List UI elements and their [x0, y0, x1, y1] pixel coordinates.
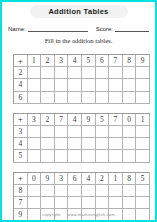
answer-cell[interactable]	[55, 79, 69, 91]
name-label: Name:	[8, 26, 26, 32]
answer-cell[interactable]	[123, 138, 137, 150]
answer-cell[interactable]	[41, 92, 55, 104]
addition-table-2: +327495701345	[13, 113, 150, 163]
answer-cell[interactable]	[109, 67, 123, 79]
answer-cell[interactable]	[96, 92, 110, 104]
header-number-cell: 4	[68, 55, 82, 67]
answer-cell[interactable]	[136, 197, 150, 209]
row-label-cell: 2	[14, 67, 28, 79]
answer-cell[interactable]	[96, 126, 110, 138]
answer-cell[interactable]	[68, 150, 82, 162]
answer-cell[interactable]	[109, 150, 123, 162]
row-label-cell: 3	[14, 126, 28, 138]
header-number-cell: 2	[41, 114, 55, 126]
answer-cell[interactable]	[28, 126, 42, 138]
page-title: Addition Tables	[48, 7, 108, 16]
answer-cell[interactable]	[123, 92, 137, 104]
header-number-cell: 8	[123, 55, 137, 67]
answer-cell[interactable]	[55, 92, 69, 104]
name-input-line[interactable]	[28, 25, 88, 32]
header-number-cell: 0	[123, 114, 137, 126]
answer-cell[interactable]	[68, 67, 82, 79]
header-number-cell: 5	[96, 114, 110, 126]
header-number-cell: 3	[55, 173, 69, 185]
header-number-cell: 7	[55, 114, 69, 126]
answer-cell[interactable]	[28, 92, 42, 104]
row-label-cell: 4	[14, 79, 28, 91]
answer-cell[interactable]	[28, 150, 42, 162]
addition-table-1: +123456789246	[13, 54, 150, 104]
header-number-cell: 1	[109, 173, 123, 185]
answer-cell[interactable]	[123, 150, 137, 162]
answer-cell[interactable]	[28, 79, 42, 91]
header-number-cell: 2	[96, 173, 110, 185]
answer-cell[interactable]	[41, 126, 55, 138]
answer-cell[interactable]	[82, 185, 96, 197]
header-number-cell: 9	[136, 55, 150, 67]
header-number-cell: 9	[41, 173, 55, 185]
answer-cell[interactable]	[55, 67, 69, 79]
answer-cell[interactable]	[55, 197, 69, 209]
answer-cell[interactable]	[109, 138, 123, 150]
answer-cell[interactable]	[109, 79, 123, 91]
header-number-cell: 8	[123, 173, 137, 185]
row-label-cell: 7	[14, 197, 28, 209]
header-number-cell: 9	[82, 114, 96, 126]
header-number-cell: 3	[28, 114, 42, 126]
header-number-cell: 3	[55, 55, 69, 67]
worksheet-page: Addition Tables Name: Score: Fill in the…	[0, 0, 157, 222]
row-label-cell: 5	[14, 150, 28, 162]
answer-cell[interactable]	[136, 79, 150, 91]
answer-cell[interactable]	[68, 92, 82, 104]
score-label: Score:	[96, 26, 113, 32]
header-number-cell: 1	[136, 114, 150, 126]
answer-cell[interactable]	[41, 138, 55, 150]
answer-cell[interactable]	[41, 185, 55, 197]
answer-cell[interactable]	[109, 197, 123, 209]
answer-cell[interactable]	[68, 138, 82, 150]
copyright-label: copyright:	[42, 212, 61, 217]
answer-cell[interactable]	[55, 150, 69, 162]
worksheet-title-pill: Addition Tables	[30, 5, 128, 18]
answer-cell[interactable]	[41, 150, 55, 162]
answer-cell[interactable]	[109, 92, 123, 104]
answer-cell[interactable]	[68, 126, 82, 138]
footer-copyright: copyright:www.mathinenglish.com	[2, 212, 155, 217]
row-label-cell: 6	[14, 92, 28, 104]
name-score-row: Name: Score:	[8, 24, 149, 32]
answer-cell[interactable]	[96, 79, 110, 91]
operator-cell: +	[14, 173, 28, 185]
operator-cell: +	[14, 55, 28, 67]
answer-cell[interactable]	[123, 79, 137, 91]
answer-cell[interactable]	[28, 197, 42, 209]
answer-cell[interactable]	[82, 150, 96, 162]
addition-tables-container: +123456789246 +327495701345 +09364218587…	[13, 54, 155, 221]
answer-cell[interactable]	[136, 67, 150, 79]
answer-cell[interactable]	[55, 185, 69, 197]
answer-cell[interactable]	[82, 67, 96, 79]
answer-cell[interactable]	[82, 92, 96, 104]
answer-cell[interactable]	[123, 185, 137, 197]
answer-cell[interactable]	[82, 138, 96, 150]
header-number-cell: 7	[109, 55, 123, 67]
answer-cell[interactable]	[96, 150, 110, 162]
answer-cell[interactable]	[28, 67, 42, 79]
header-number-cell: 2	[41, 55, 55, 67]
answer-cell[interactable]	[123, 126, 137, 138]
answer-cell[interactable]	[136, 138, 150, 150]
answer-cell[interactable]	[68, 79, 82, 91]
header-number-cell: 4	[68, 114, 82, 126]
answer-cell[interactable]	[82, 79, 96, 91]
header-number-cell: 7	[109, 114, 123, 126]
answer-cell[interactable]	[109, 185, 123, 197]
answer-cell[interactable]	[96, 197, 110, 209]
answer-cell[interactable]	[28, 138, 42, 150]
header-number-cell: 6	[68, 173, 82, 185]
answer-cell[interactable]	[96, 67, 110, 79]
answer-cell[interactable]	[123, 67, 137, 79]
header-number-cell: 5	[136, 173, 150, 185]
header-number-cell: 0	[28, 173, 42, 185]
answer-cell[interactable]	[68, 185, 82, 197]
score-input-line[interactable]	[115, 25, 149, 32]
answer-cell[interactable]	[41, 197, 55, 209]
answer-cell[interactable]	[96, 185, 110, 197]
row-label-cell: 8	[14, 185, 28, 197]
operator-cell: +	[14, 114, 28, 126]
answer-cell[interactable]	[28, 185, 42, 197]
header-number-cell: 4	[82, 173, 96, 185]
answer-cell[interactable]	[136, 92, 150, 104]
answer-cell[interactable]	[55, 126, 69, 138]
website-url: www.mathinenglish.com	[68, 212, 115, 217]
header-number-cell: 5	[82, 55, 96, 67]
answer-cell[interactable]	[136, 126, 150, 138]
answer-cell[interactable]	[82, 197, 96, 209]
row-label-cell: 4	[14, 138, 28, 150]
answer-cell[interactable]	[96, 138, 110, 150]
answer-cell[interactable]	[41, 79, 55, 91]
answer-cell[interactable]	[68, 197, 82, 209]
answer-cell[interactable]	[136, 185, 150, 197]
answer-cell[interactable]	[41, 67, 55, 79]
answer-cell[interactable]	[55, 138, 69, 150]
answer-cell[interactable]	[123, 197, 137, 209]
header-number-cell: 1	[28, 55, 42, 67]
instruction-text: Fill in the addition tables.	[2, 37, 155, 44]
answer-cell[interactable]	[136, 150, 150, 162]
answer-cell[interactable]	[109, 126, 123, 138]
answer-cell[interactable]	[82, 126, 96, 138]
header-number-cell: 6	[96, 55, 110, 67]
